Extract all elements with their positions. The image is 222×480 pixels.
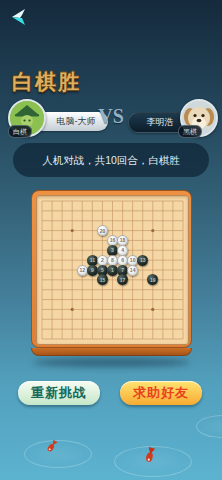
board-grid: 2016183411286101312951714151719 [36,195,189,345]
game-result-screen: 白棋胜 电脑-大师 VS 李明浩 白棋 黑棋 人机对战，共10回合，白棋胜 [0,0,222,480]
left-side-badge: 白棋 [8,125,32,138]
board-frame: 2016183411286101312951714151719 [31,190,192,348]
stone-black-13: 13 [137,255,148,266]
koi-fish-icon [141,446,159,464]
right-side-badge: 黑棋 [178,125,202,138]
back-button[interactable] [9,7,29,27]
gomoku-board: 2016183411286101312951714151719 [31,190,192,356]
board-shadow [33,358,190,367]
restart-button[interactable]: 重新挑战 [18,381,100,405]
water-ripple [196,415,222,438]
stone-white-14: 14 [127,265,138,276]
back-arrow-icon [9,7,29,27]
match-summary: 人机对战，共10回合，白棋胜 [13,143,209,177]
vs-label: VS [96,105,126,128]
board-base [31,348,192,356]
stone-white-20: 20 [97,225,108,236]
ask-friends-button[interactable]: 求助好友 [120,381,202,405]
result-title: 白棋胜 [12,68,81,96]
koi-fish-icon [44,438,60,454]
